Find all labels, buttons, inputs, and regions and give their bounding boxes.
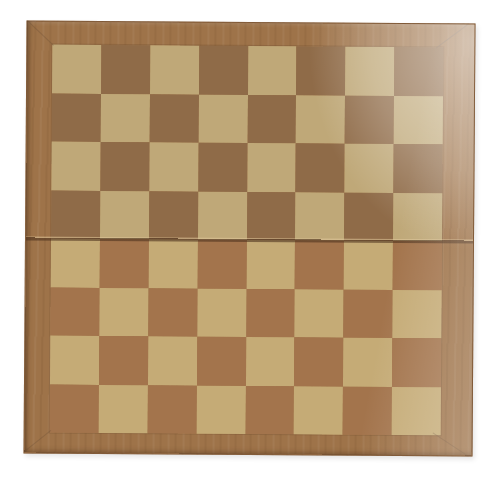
square-b6[interactable]: [100, 142, 149, 191]
frame-miter-joint-top-left: [27, 20, 54, 45]
square-g2[interactable]: [343, 338, 392, 387]
square-g7[interactable]: [345, 95, 394, 144]
square-g1[interactable]: [343, 386, 392, 435]
square-h2[interactable]: [392, 338, 441, 387]
board-grid: [50, 45, 444, 436]
square-d3[interactable]: [197, 288, 246, 337]
square-c2[interactable]: [148, 336, 197, 385]
square-f4[interactable]: [295, 240, 344, 289]
square-b2[interactable]: [99, 336, 148, 385]
square-h4[interactable]: [393, 241, 442, 290]
square-e5[interactable]: [246, 191, 295, 240]
square-e6[interactable]: [247, 143, 296, 192]
square-a3[interactable]: [50, 287, 99, 336]
square-a4[interactable]: [51, 239, 100, 288]
square-f7[interactable]: [296, 95, 345, 144]
square-c1[interactable]: [147, 385, 196, 434]
square-b3[interactable]: [99, 287, 148, 336]
square-d5[interactable]: [198, 191, 247, 240]
square-g4[interactable]: [344, 241, 393, 290]
square-c7[interactable]: [149, 94, 198, 143]
square-e1[interactable]: [245, 385, 294, 434]
square-g3[interactable]: [344, 289, 393, 338]
square-a1[interactable]: [50, 384, 99, 433]
square-g5[interactable]: [344, 192, 393, 241]
square-b7[interactable]: [101, 93, 150, 142]
square-f5[interactable]: [295, 192, 344, 241]
square-h6[interactable]: [393, 144, 442, 193]
square-h5[interactable]: [393, 193, 442, 242]
square-g8[interactable]: [345, 47, 394, 96]
square-d2[interactable]: [197, 337, 246, 386]
square-a2[interactable]: [50, 336, 99, 385]
square-a7[interactable]: [52, 93, 101, 142]
square-b8[interactable]: [101, 45, 150, 94]
square-a8[interactable]: [52, 45, 101, 94]
frame-miter-joint-bottom-left: [24, 430, 51, 452]
square-d1[interactable]: [196, 385, 245, 434]
square-c8[interactable]: [150, 45, 199, 94]
square-b4[interactable]: [100, 239, 149, 288]
square-c4[interactable]: [148, 239, 197, 288]
square-h7[interactable]: [394, 96, 443, 145]
square-f2[interactable]: [294, 337, 343, 386]
square-a6[interactable]: [51, 142, 100, 191]
frame-miter-joint-top-right: [436, 24, 469, 49]
square-g6[interactable]: [345, 144, 394, 193]
square-b5[interactable]: [100, 190, 149, 239]
square-e3[interactable]: [246, 288, 295, 337]
square-d4[interactable]: [197, 240, 246, 289]
square-f3[interactable]: [295, 289, 344, 338]
square-h1[interactable]: [392, 386, 441, 435]
square-a5[interactable]: [51, 190, 100, 239]
square-d7[interactable]: [198, 94, 247, 143]
photo-background: [0, 0, 500, 483]
chessboard: [23, 20, 475, 456]
square-h8[interactable]: [394, 47, 443, 96]
square-e4[interactable]: [246, 240, 295, 289]
square-d8[interactable]: [199, 46, 248, 95]
square-c6[interactable]: [149, 142, 198, 191]
square-b1[interactable]: [99, 384, 148, 433]
square-e2[interactable]: [245, 337, 294, 386]
square-c5[interactable]: [149, 191, 198, 240]
square-e8[interactable]: [248, 46, 297, 95]
square-f6[interactable]: [296, 143, 345, 192]
square-f8[interactable]: [296, 46, 345, 95]
square-e7[interactable]: [247, 94, 296, 143]
square-f1[interactable]: [294, 386, 343, 435]
square-h3[interactable]: [392, 290, 441, 339]
square-d6[interactable]: [198, 143, 247, 192]
square-c3[interactable]: [148, 288, 197, 337]
frame-miter-joint-bottom-right: [433, 432, 467, 455]
